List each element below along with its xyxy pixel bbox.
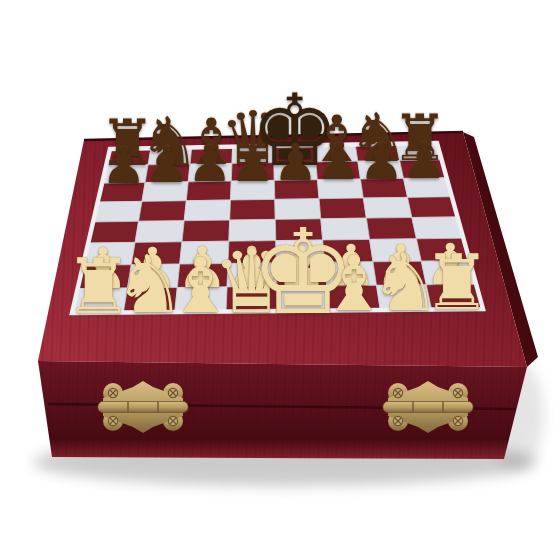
square-b3 xyxy=(131,242,182,265)
square-g4 xyxy=(366,218,416,240)
chess-box-illustration xyxy=(0,0,560,560)
square-f4 xyxy=(321,218,370,240)
square-c3 xyxy=(180,241,229,264)
square-e7 xyxy=(274,162,318,181)
square-b4 xyxy=(135,221,184,243)
square-e2 xyxy=(276,262,326,286)
right-hinge-icon xyxy=(383,381,473,433)
square-f6 xyxy=(317,179,363,199)
square-g6 xyxy=(361,178,408,198)
square-f3 xyxy=(323,239,373,262)
square-a5 xyxy=(93,201,142,222)
square-d2 xyxy=(227,263,277,287)
square-h1 xyxy=(426,284,483,309)
square-f1 xyxy=(327,285,381,310)
square-a6 xyxy=(98,183,145,203)
square-h4 xyxy=(412,217,464,239)
square-c7 xyxy=(188,163,232,181)
square-b5 xyxy=(139,201,187,222)
square-f5 xyxy=(319,198,366,219)
square-h2 xyxy=(421,261,476,285)
square-b1 xyxy=(123,288,177,313)
square-e4 xyxy=(275,219,322,241)
square-c6 xyxy=(186,181,231,201)
square-e1 xyxy=(277,286,329,311)
square-h6 xyxy=(404,178,452,198)
square-c5 xyxy=(184,200,230,221)
square-g3 xyxy=(370,239,422,262)
square-a2 xyxy=(78,265,132,289)
square-e6 xyxy=(274,180,319,200)
chess-set-photo: ♜♞♝♛♚♝♞♜♟♟♟♟♟♟♟♟♟♟♟♟♟♟♟♟♜♞♝♛♚♝♞♜ xyxy=(0,0,560,560)
square-c2 xyxy=(177,264,228,288)
square-g5 xyxy=(363,197,412,218)
square-a4 xyxy=(88,221,138,243)
square-h3 xyxy=(417,238,470,261)
square-d4 xyxy=(229,219,276,241)
square-h5 xyxy=(408,197,458,218)
square-g1 xyxy=(377,285,432,310)
square-d3 xyxy=(228,241,276,264)
chessboard-squares xyxy=(72,143,483,313)
square-h7 xyxy=(400,160,447,179)
square-a7 xyxy=(102,165,148,183)
square-b7 xyxy=(145,164,190,182)
square-e3 xyxy=(276,240,325,263)
square-d6 xyxy=(231,180,275,200)
square-d5 xyxy=(230,199,276,220)
square-b6 xyxy=(142,182,188,202)
square-g2 xyxy=(373,261,426,285)
square-e5 xyxy=(275,199,321,220)
square-d7 xyxy=(231,163,274,181)
square-f2 xyxy=(325,262,377,286)
square-f7 xyxy=(316,161,361,180)
square-c4 xyxy=(182,220,230,242)
square-a1 xyxy=(72,288,128,313)
square-g7 xyxy=(358,161,404,180)
square-c1 xyxy=(175,287,227,312)
square-a3 xyxy=(83,242,135,265)
square-d1 xyxy=(226,286,277,311)
square-b2 xyxy=(128,264,180,288)
left-hinge-icon xyxy=(98,381,188,433)
